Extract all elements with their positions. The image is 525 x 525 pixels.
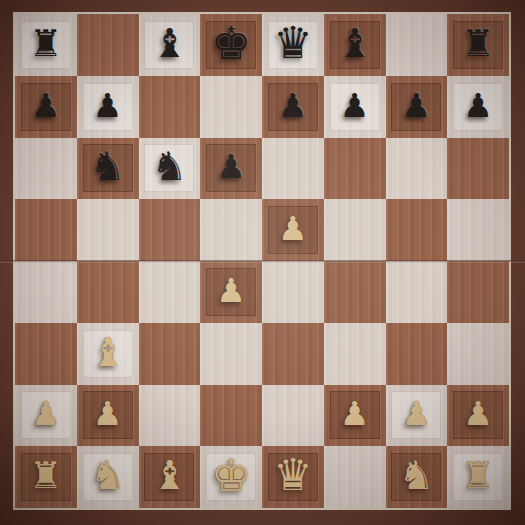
square-e8[interactable]: ♛	[262, 14, 324, 76]
piece-white-knight[interactable]: ♞	[90, 456, 126, 496]
square-d1[interactable]: ♚	[200, 446, 262, 508]
square-e5[interactable]: ♟	[262, 199, 324, 261]
square-h2[interactable]: ♟	[447, 385, 509, 447]
square-a2[interactable]: ♟	[15, 385, 77, 447]
piece-black-rook[interactable]: ♜	[29, 25, 62, 62]
piece-black-knight[interactable]: ♞	[90, 147, 126, 187]
square-g8[interactable]	[386, 14, 448, 76]
piece-white-rook[interactable]: ♜	[29, 457, 62, 494]
piece-black-bishop[interactable]: ♝	[151, 23, 187, 63]
piece-black-pawn[interactable]: ♟	[278, 89, 308, 122]
square-b5[interactable]	[77, 199, 139, 261]
square-h1[interactable]: ♜	[447, 446, 509, 508]
square-c3[interactable]	[139, 323, 201, 385]
piece-white-pawn[interactable]: ♟	[402, 398, 432, 431]
square-b3[interactable]: ♝	[77, 323, 139, 385]
chess-board: ♜♝♚♛♝♜♟♟♟♟♟♟♞♞♟♟♟♝♟♟♟♟♟♜♞♝♚♛♞♜	[13, 12, 511, 510]
square-f7[interactable]: ♟	[324, 76, 386, 138]
piece-black-king[interactable]: ♚	[211, 21, 251, 66]
square-b4[interactable]	[77, 261, 139, 323]
square-d3[interactable]	[200, 323, 262, 385]
square-e1[interactable]: ♛	[262, 446, 324, 508]
square-h8[interactable]: ♜	[447, 14, 509, 76]
square-c2[interactable]	[139, 385, 201, 447]
square-b8[interactable]	[77, 14, 139, 76]
square-g7[interactable]: ♟	[386, 76, 448, 138]
square-b1[interactable]: ♞	[77, 446, 139, 508]
square-g3[interactable]	[386, 323, 448, 385]
piece-white-rook[interactable]: ♜	[462, 457, 495, 494]
piece-white-pawn[interactable]: ♟	[93, 398, 123, 431]
piece-black-pawn[interactable]: ♟	[31, 89, 61, 122]
square-c4[interactable]	[139, 261, 201, 323]
square-e6[interactable]	[262, 138, 324, 200]
square-h6[interactable]	[447, 138, 509, 200]
piece-white-pawn[interactable]: ♟	[31, 398, 61, 431]
piece-black-bishop[interactable]: ♝	[337, 23, 373, 63]
square-f5[interactable]	[324, 199, 386, 261]
square-e4[interactable]	[262, 261, 324, 323]
square-c7[interactable]	[139, 76, 201, 138]
piece-black-queen[interactable]: ♛	[273, 21, 312, 65]
square-h4[interactable]	[447, 261, 509, 323]
piece-white-knight[interactable]: ♞	[398, 456, 434, 496]
piece-white-king[interactable]: ♚	[211, 453, 251, 498]
square-b6[interactable]: ♞	[77, 138, 139, 200]
square-e3[interactable]	[262, 323, 324, 385]
square-a1[interactable]: ♜	[15, 446, 77, 508]
piece-white-pawn[interactable]: ♟	[463, 398, 493, 431]
square-g1[interactable]: ♞	[386, 446, 448, 508]
square-f6[interactable]	[324, 138, 386, 200]
square-g2[interactable]: ♟	[386, 385, 448, 447]
square-h3[interactable]	[447, 323, 509, 385]
square-g6[interactable]	[386, 138, 448, 200]
square-c5[interactable]	[139, 199, 201, 261]
piece-black-pawn[interactable]: ♟	[463, 89, 493, 122]
square-d6[interactable]: ♟	[200, 138, 262, 200]
square-g5[interactable]	[386, 199, 448, 261]
square-d7[interactable]	[200, 76, 262, 138]
square-f4[interactable]	[324, 261, 386, 323]
square-d2[interactable]	[200, 385, 262, 447]
square-a3[interactable]	[15, 323, 77, 385]
piece-white-queen[interactable]: ♛	[273, 453, 312, 497]
chess-board-photo: ♜♝♚♛♝♜♟♟♟♟♟♟♞♞♟♟♟♝♟♟♟♟♟♜♞♝♚♛♞♜	[0, 0, 525, 525]
square-a6[interactable]	[15, 138, 77, 200]
piece-black-rook[interactable]: ♜	[462, 25, 495, 62]
square-d5[interactable]	[200, 199, 262, 261]
square-g4[interactable]	[386, 261, 448, 323]
piece-white-pawn[interactable]: ♟	[340, 398, 370, 431]
square-a8[interactable]: ♜	[15, 14, 77, 76]
square-d8[interactable]: ♚	[200, 14, 262, 76]
square-e2[interactable]	[262, 385, 324, 447]
square-a5[interactable]	[15, 199, 77, 261]
piece-black-pawn[interactable]: ♟	[402, 89, 432, 122]
square-c1[interactable]: ♝	[139, 446, 201, 508]
piece-black-pawn[interactable]: ♟	[93, 89, 123, 122]
square-a4[interactable]	[15, 261, 77, 323]
piece-white-bishop[interactable]: ♝	[90, 332, 126, 372]
square-c6[interactable]: ♞	[139, 138, 201, 200]
square-c8[interactable]: ♝	[139, 14, 201, 76]
square-f8[interactable]: ♝	[324, 14, 386, 76]
square-h5[interactable]	[447, 199, 509, 261]
square-h7[interactable]: ♟	[447, 76, 509, 138]
square-d4[interactable]: ♟	[200, 261, 262, 323]
piece-white-pawn[interactable]: ♟	[278, 212, 308, 245]
piece-white-bishop[interactable]: ♝	[151, 456, 187, 496]
square-b7[interactable]: ♟	[77, 76, 139, 138]
piece-white-pawn[interactable]: ♟	[216, 274, 246, 307]
square-b2[interactable]: ♟	[77, 385, 139, 447]
square-f3[interactable]	[324, 323, 386, 385]
piece-black-pawn[interactable]: ♟	[340, 89, 370, 122]
square-a7[interactable]: ♟	[15, 76, 77, 138]
square-f2[interactable]: ♟	[324, 385, 386, 447]
piece-black-knight[interactable]: ♞	[151, 147, 187, 187]
piece-black-pawn[interactable]: ♟	[216, 151, 246, 184]
square-e7[interactable]: ♟	[262, 76, 324, 138]
square-f1[interactable]	[324, 446, 386, 508]
